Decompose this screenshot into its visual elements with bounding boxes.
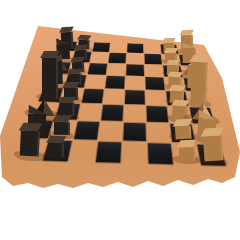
board-square[interactable] [177, 45, 196, 55]
board-square[interactable] [92, 42, 111, 52]
board-square[interactable] [160, 44, 178, 54]
board-square[interactable] [144, 44, 162, 54]
board-square[interactable] [181, 65, 203, 78]
board-square[interactable] [98, 121, 124, 141]
board-square[interactable] [146, 122, 171, 142]
board-square[interactable] [68, 140, 98, 163]
board-square[interactable] [73, 120, 100, 140]
board-square[interactable] [145, 76, 166, 90]
board-square[interactable] [144, 53, 163, 64]
board-square[interactable] [125, 76, 145, 90]
board-square[interactable] [145, 90, 167, 106]
board-square[interactable] [104, 75, 125, 89]
board-square[interactable] [126, 53, 144, 64]
board-square[interactable] [84, 75, 106, 89]
board-square[interactable] [186, 91, 211, 107]
board-square[interactable] [122, 122, 147, 142]
board-square[interactable] [87, 63, 108, 76]
board-square[interactable] [90, 52, 110, 63]
board-square[interactable] [125, 64, 144, 77]
chess-set-photo[interactable] [0, 0, 240, 240]
board-square[interactable] [183, 78, 206, 92]
board-square[interactable] [127, 43, 144, 53]
board-square[interactable] [161, 54, 180, 66]
board-square[interactable] [121, 141, 147, 164]
board-square[interactable] [100, 104, 124, 122]
board-square[interactable] [144, 64, 164, 77]
board-square[interactable] [124, 89, 146, 105]
board-square[interactable] [102, 89, 124, 105]
board-square[interactable] [95, 141, 123, 164]
board-square[interactable] [109, 43, 127, 53]
board-square[interactable] [81, 88, 105, 104]
board-square[interactable] [146, 105, 170, 123]
board-square[interactable] [106, 63, 126, 76]
board-square[interactable] [147, 142, 174, 165]
board-square[interactable] [108, 52, 127, 63]
board-square[interactable] [77, 103, 102, 121]
board-square[interactable] [178, 54, 198, 66]
board-square[interactable] [123, 105, 146, 123]
